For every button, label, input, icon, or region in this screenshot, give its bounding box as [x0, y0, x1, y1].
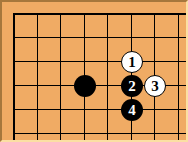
grid-line-vertical — [107, 13, 108, 140]
grid-line-vertical — [178, 13, 179, 140]
go-stone-black-4: 4 — [121, 99, 143, 121]
stone-move-number: 4 — [128, 103, 136, 118]
grid-line-vertical — [60, 13, 61, 140]
stone-move-number: 2 — [128, 79, 136, 94]
grid-line-horizontal — [13, 133, 186, 134]
grid-line-horizontal — [13, 61, 186, 62]
board-edge-line-horizontal — [13, 13, 186, 15]
go-stone-white-3: 3 — [144, 75, 166, 97]
grid-line-horizontal — [13, 109, 186, 110]
stone-move-number: 1 — [128, 55, 136, 70]
grid-line-vertical — [37, 13, 38, 140]
board-edge-line-vertical — [13, 13, 15, 140]
stone-move-number: 3 — [151, 79, 159, 94]
grid-line-horizontal — [13, 37, 186, 38]
go-stone-black-plain — [74, 75, 96, 97]
go-board: 1234 — [2, 2, 186, 140]
go-stone-white-1: 1 — [121, 51, 143, 73]
go-board-diagram: 1234 — [0, 0, 188, 142]
go-stone-black-2: 2 — [121, 75, 143, 97]
